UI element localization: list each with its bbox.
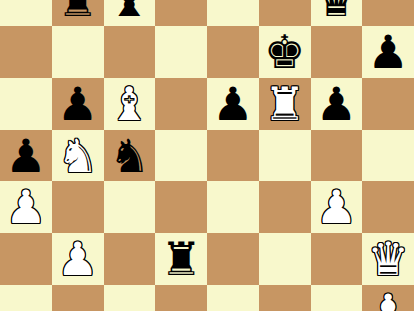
square-d4[interactable] [155, 181, 207, 233]
square-f4[interactable] [259, 181, 311, 233]
piece-black-knight[interactable]: ♞ [109, 131, 150, 182]
chessboard: ♜♝♛♚♟♟♝♟♜♟♟♞♞♟♟♟♜♛♟ [0, 0, 414, 311]
square-g8[interactable]: ♛ [311, 0, 363, 26]
piece-black-pawn[interactable]: ♟ [5, 131, 46, 182]
piece-white-pawn[interactable]: ♟ [368, 286, 409, 311]
square-e6[interactable]: ♟ [207, 78, 259, 130]
square-g3[interactable] [311, 233, 363, 285]
square-g6[interactable]: ♟ [311, 78, 363, 130]
square-a6[interactable] [0, 78, 52, 130]
square-d2[interactable] [155, 285, 207, 311]
square-d5[interactable] [155, 130, 207, 182]
square-a2[interactable] [0, 285, 52, 311]
piece-white-pawn[interactable]: ♟ [316, 182, 357, 233]
piece-white-pawn[interactable]: ♟ [57, 234, 98, 285]
square-c3[interactable] [104, 233, 156, 285]
square-d6[interactable] [155, 78, 207, 130]
square-a7[interactable] [0, 26, 52, 78]
square-a5[interactable]: ♟ [0, 130, 52, 182]
piece-black-bishop[interactable]: ♝ [109, 0, 150, 26]
square-h5[interactable] [362, 130, 414, 182]
piece-white-pawn[interactable]: ♟ [5, 182, 46, 233]
square-b4[interactable] [52, 181, 104, 233]
square-g2[interactable] [311, 285, 363, 311]
square-h3[interactable]: ♛ [362, 233, 414, 285]
square-c5[interactable]: ♞ [104, 130, 156, 182]
square-c8[interactable]: ♝ [104, 0, 156, 26]
square-e2[interactable] [207, 285, 259, 311]
square-h7[interactable]: ♟ [362, 26, 414, 78]
piece-white-queen[interactable]: ♛ [368, 234, 409, 285]
square-b2[interactable] [52, 285, 104, 311]
square-b5[interactable]: ♞ [52, 130, 104, 182]
square-f5[interactable] [259, 130, 311, 182]
square-f6[interactable]: ♜ [259, 78, 311, 130]
square-c7[interactable] [104, 26, 156, 78]
piece-black-queen[interactable]: ♛ [316, 0, 357, 26]
square-a3[interactable] [0, 233, 52, 285]
square-c6[interactable]: ♝ [104, 78, 156, 130]
square-b8[interactable]: ♜ [52, 0, 104, 26]
square-f7[interactable]: ♚ [259, 26, 311, 78]
piece-black-king[interactable]: ♚ [264, 27, 305, 78]
piece-black-pawn[interactable]: ♟ [316, 79, 357, 130]
square-f8[interactable] [259, 0, 311, 26]
square-a4[interactable]: ♟ [0, 181, 52, 233]
square-g7[interactable] [311, 26, 363, 78]
square-d3[interactable]: ♜ [155, 233, 207, 285]
piece-white-rook[interactable]: ♜ [264, 79, 305, 130]
square-d8[interactable] [155, 0, 207, 26]
square-f3[interactable] [259, 233, 311, 285]
square-f2[interactable] [259, 285, 311, 311]
square-e7[interactable] [207, 26, 259, 78]
piece-black-pawn[interactable]: ♟ [212, 79, 253, 130]
square-e8[interactable] [207, 0, 259, 26]
piece-white-knight[interactable]: ♞ [57, 131, 98, 182]
square-a8[interactable] [0, 0, 52, 26]
square-g5[interactable] [311, 130, 363, 182]
square-b7[interactable] [52, 26, 104, 78]
square-h4[interactable] [362, 181, 414, 233]
square-e4[interactable] [207, 181, 259, 233]
piece-black-rook[interactable]: ♜ [161, 234, 202, 285]
square-c4[interactable] [104, 181, 156, 233]
square-b3[interactable]: ♟ [52, 233, 104, 285]
piece-black-pawn[interactable]: ♟ [57, 79, 98, 130]
chessboard-viewport: ♜♝♛♚♟♟♝♟♜♟♟♞♞♟♟♟♜♛♟ [0, 0, 414, 311]
square-e3[interactable] [207, 233, 259, 285]
square-e5[interactable] [207, 130, 259, 182]
square-c2[interactable] [104, 285, 156, 311]
square-h2[interactable]: ♟ [362, 285, 414, 311]
piece-black-pawn[interactable]: ♟ [368, 27, 409, 78]
square-h6[interactable] [362, 78, 414, 130]
square-h8[interactable] [362, 0, 414, 26]
square-g4[interactable]: ♟ [311, 181, 363, 233]
square-b6[interactable]: ♟ [52, 78, 104, 130]
piece-black-rook[interactable]: ♜ [57, 0, 98, 26]
piece-white-bishop[interactable]: ♝ [109, 79, 150, 130]
square-d7[interactable] [155, 26, 207, 78]
